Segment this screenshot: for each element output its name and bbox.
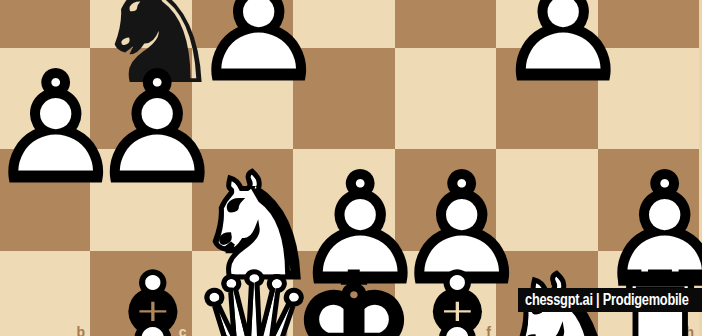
piece-white-pawn-h2[interactable]: ♟♙ — [598, 149, 700, 251]
piece-white-queen-d1[interactable]: ♛♕ — [192, 251, 294, 336]
pawn-outline-glyph: ♙ — [496, 0, 630, 101]
square-c3[interactable]: ♟♙ — [90, 48, 192, 150]
piece-white-pawn-f2[interactable]: ♟♙ — [395, 149, 497, 251]
square-f4[interactable] — [395, 0, 497, 48]
piece-white-pawn-e2[interactable]: ♟♙ — [293, 149, 395, 251]
square-f2[interactable]: ♟♙ — [395, 149, 497, 251]
piece-white-pawn-g4[interactable]: ♟♙ — [496, 0, 598, 48]
square-e1[interactable]: e♚♔ — [293, 251, 395, 336]
square-b3[interactable]: ♟♙ — [0, 48, 90, 150]
square-b1[interactable]: b — [0, 251, 90, 336]
piece-white-pawn-b3[interactable]: ♟♙ — [0, 48, 90, 150]
square-g4[interactable]: ♟♙ — [496, 0, 598, 48]
piece-white-knight-d2[interactable]: ♞♘ — [192, 149, 294, 251]
square-c1[interactable]: c♝♗ — [90, 251, 192, 336]
chess-app-screenshot: ♞♟♙♟♙♟♙♟♙♞♘♟♙♟♙♟♙bc♝♗d♛♕e♚♔f♝♗g♞♘h♜♖ che… — [0, 0, 702, 336]
file-label-b: b — [76, 324, 85, 336]
square-d2[interactable]: ♞♘ — [192, 149, 294, 251]
square-e2[interactable]: ♟♙ — [293, 149, 395, 251]
chess-board[interactable]: ♞♟♙♟♙♟♙♟♙♞♘♟♙♟♙♟♙bc♝♗d♛♕e♚♔f♝♗g♞♘h♜♖ — [0, 0, 699, 336]
square-f3[interactable] — [395, 48, 497, 150]
watermark: chessgpt.ai | Prodigemobile — [518, 288, 702, 312]
square-h2[interactable]: ♟♙ — [598, 149, 700, 251]
square-d1[interactable]: d♛♕ — [192, 251, 294, 336]
piece-white-king-e1[interactable]: ♚♔ — [293, 251, 395, 336]
square-f1[interactable]: f♝♗ — [395, 251, 497, 336]
watermark-text: chessgpt.ai | Prodigemobile — [525, 291, 689, 309]
piece-white-pawn-c3[interactable]: ♟♙ — [90, 48, 192, 150]
piece-white-bishop-f1[interactable]: ♝♗ — [395, 251, 497, 336]
piece-white-bishop-c1[interactable]: ♝♗ — [90, 251, 192, 336]
